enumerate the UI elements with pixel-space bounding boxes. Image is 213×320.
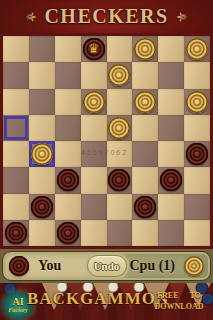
square-r4c5[interactable]: [132, 141, 158, 167]
square-r3c1: [29, 115, 55, 141]
fleur-ornament-right-icon: ⚜: [174, 10, 190, 23]
square-r1c2[interactable]: [55, 62, 81, 88]
square-r7c4[interactable]: [107, 220, 133, 246]
square-r1c0[interactable]: [3, 62, 29, 88]
status-bar: You Undo Cpu (1): [2, 251, 211, 281]
red-piece-icon: [9, 256, 29, 276]
board-frame: ♛ 45567062: [0, 33, 213, 249]
square-r6c1[interactable]: [29, 194, 55, 220]
square-r4c1[interactable]: [29, 141, 55, 167]
player-cpu: Cpu (1): [129, 256, 204, 276]
gold-man-piece[interactable]: [83, 91, 105, 113]
red-man-piece[interactable]: [57, 169, 79, 191]
square-r1c6[interactable]: [158, 62, 184, 88]
square-r6c7[interactable]: [184, 194, 210, 220]
square-r1c7: [184, 62, 210, 88]
square-r0c2: [55, 36, 81, 62]
gold-man-piece[interactable]: [134, 38, 156, 60]
square-r1c5: [132, 62, 158, 88]
square-r5c6[interactable]: [158, 167, 184, 193]
square-r3c6[interactable]: [158, 115, 184, 141]
square-r7c6[interactable]: [158, 220, 184, 246]
square-r4c2: [55, 141, 81, 167]
player-you-label: You: [38, 258, 61, 274]
square-r5c0[interactable]: [3, 167, 29, 193]
gold-man-piece[interactable]: [134, 91, 156, 113]
board: ♛: [3, 36, 210, 246]
square-r1c3: [81, 62, 107, 88]
app-title: CHECKERS: [44, 5, 168, 28]
gold-man-piece[interactable]: [186, 38, 208, 60]
square-r6c4: [107, 194, 133, 220]
square-r4c0: [3, 141, 29, 167]
square-r0c7[interactable]: [184, 36, 210, 62]
title-banner: ⚜ CHECKERS ⚜: [0, 0, 213, 33]
gold-man-piece[interactable]: [31, 143, 53, 165]
red-man-piece[interactable]: [108, 169, 130, 191]
square-r0c4: [107, 36, 133, 62]
square-r2c6: [158, 89, 184, 115]
square-r7c0[interactable]: [3, 220, 29, 246]
square-r6c3[interactable]: [81, 194, 107, 220]
gold-piece-icon: [184, 256, 204, 276]
ai-logo-text: AI: [12, 297, 23, 307]
square-r1c1: [29, 62, 55, 88]
app-window: ⚜ CHECKERS ⚜ ♛ 45567062 You Undo Cpu (1): [0, 0, 213, 320]
square-r5c3: [81, 167, 107, 193]
square-r2c1[interactable]: [29, 89, 55, 115]
status-bar-row: You Undo Cpu (1): [0, 249, 213, 283]
player-you: You: [9, 256, 61, 276]
fleur-ornament-left-icon: ⚜: [23, 10, 39, 23]
red-man-piece[interactable]: [31, 196, 53, 218]
square-r5c5: [132, 167, 158, 193]
gold-man-piece[interactable]: [108, 64, 130, 86]
square-r7c7: [184, 220, 210, 246]
watermark-text: 45567062: [81, 149, 128, 156]
backgammon-ad-banner[interactable]: AI Factory BACKGAMMON FREE TO DOWNLOAD: [0, 283, 213, 320]
square-r0c0: [3, 36, 29, 62]
square-r0c5[interactable]: [132, 36, 158, 62]
undo-button[interactable]: Undo: [87, 255, 127, 277]
square-r5c7: [184, 167, 210, 193]
crown-icon: ♛: [88, 41, 100, 56]
square-r5c4[interactable]: [107, 167, 133, 193]
square-r3c0[interactable]: [3, 115, 29, 141]
ad-cta-line1: FREE TO: [147, 290, 211, 301]
red-man-piece[interactable]: [5, 222, 27, 244]
square-r2c2: [55, 89, 81, 115]
square-r6c2: [55, 194, 81, 220]
square-r7c3: [81, 220, 107, 246]
square-r7c1: [29, 220, 55, 246]
ad-cta: FREE TO DOWNLOAD: [147, 290, 211, 312]
square-r7c5: [132, 220, 158, 246]
square-r2c4: [107, 89, 133, 115]
square-r7c2[interactable]: [55, 220, 81, 246]
red-king-piece[interactable]: ♛: [83, 38, 105, 60]
square-r4c7[interactable]: [184, 141, 210, 167]
red-man-piece[interactable]: [134, 196, 156, 218]
ad-cta-line2: DOWNLOAD: [147, 301, 211, 312]
square-r3c2[interactable]: [55, 115, 81, 141]
red-man-piece[interactable]: [57, 222, 79, 244]
square-r0c6: [158, 36, 184, 62]
factory-logo-text: Factory: [8, 307, 27, 314]
square-r5c1: [29, 167, 55, 193]
square-r6c0: [3, 194, 29, 220]
square-r2c3[interactable]: [81, 89, 107, 115]
square-r3c3: [81, 115, 107, 141]
square-r2c0: [3, 89, 29, 115]
gold-man-piece[interactable]: [186, 91, 208, 113]
square-r0c3[interactable]: ♛: [81, 36, 107, 62]
square-r1c4[interactable]: [107, 62, 133, 88]
player-cpu-label: Cpu (1): [129, 258, 175, 274]
square-r4c6: [158, 141, 184, 167]
square-r3c5: [132, 115, 158, 141]
square-r6c5[interactable]: [132, 194, 158, 220]
red-man-piece[interactable]: [160, 169, 182, 191]
square-r3c4[interactable]: [107, 115, 133, 141]
square-r3c7: [184, 115, 210, 141]
square-r2c7[interactable]: [184, 89, 210, 115]
square-r2c5[interactable]: [132, 89, 158, 115]
gold-man-piece[interactable]: [108, 117, 130, 139]
red-man-piece[interactable]: [186, 143, 208, 165]
square-r6c6: [158, 194, 184, 220]
square-r0c1[interactable]: [29, 36, 55, 62]
square-r5c2[interactable]: [55, 167, 81, 193]
